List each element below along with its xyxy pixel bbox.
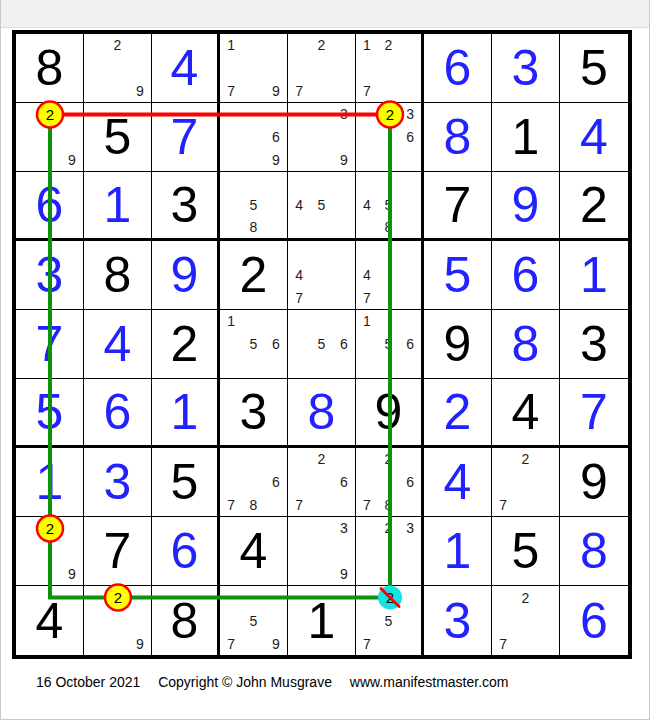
candidate-2: 2: [514, 448, 536, 471]
cell-r2c2[interactable]: 5: [84, 103, 152, 172]
cell-r9c8[interactable]: 27: [492, 586, 560, 655]
candidate-7: 7: [356, 632, 378, 655]
cell-r8c9[interactable]: 8: [560, 517, 628, 586]
candidate-2: 2: [514, 586, 536, 609]
cell-r5c8[interactable]: 8: [492, 310, 560, 379]
pencilmarks: 45: [288, 172, 355, 238]
candidate-2: 2: [310, 448, 332, 471]
cell-value: 9: [444, 319, 472, 369]
cell-value: 1: [308, 596, 336, 646]
footer-date: 16 October 2021: [36, 674, 140, 690]
cell-r4c6[interactable]: 47: [356, 241, 424, 310]
pencilmarks: 47: [356, 241, 421, 309]
cell-r3c1[interactable]: 6: [16, 172, 84, 241]
cell-r6c8[interactable]: 4: [492, 379, 560, 448]
cell-value: 9: [580, 457, 608, 507]
cell-value: 1: [444, 526, 472, 576]
cell-r3c2[interactable]: 1: [84, 172, 152, 241]
pencilmarks: 47: [288, 241, 355, 309]
cell-value: 9: [375, 387, 403, 437]
candidate-1: 1: [220, 34, 242, 57]
cell-r2c9[interactable]: 4: [560, 103, 628, 172]
pencilmarks: 29: [84, 34, 151, 102]
candidate-7: 7: [288, 493, 310, 516]
pencilmarks: 69: [220, 103, 287, 171]
cell-value: 6: [104, 387, 132, 437]
cell-r7c3[interactable]: 5: [152, 448, 220, 517]
cell-r3c5[interactable]: 45: [288, 172, 356, 241]
candidate-2: 2: [106, 586, 128, 609]
candidate-6: 6: [265, 333, 287, 356]
candidate-5: 5: [242, 194, 264, 216]
cell-value: 6: [444, 43, 472, 93]
cell-r3c6[interactable]: 458: [356, 172, 424, 241]
candidate-3: 3: [333, 517, 355, 540]
cell-r9c3[interactable]: 8: [152, 586, 220, 655]
candidate-9: 9: [129, 632, 151, 655]
candidate-3: 3: [333, 103, 355, 126]
cell-value: 4: [104, 319, 132, 369]
cell-r2c4[interactable]: 69: [220, 103, 288, 172]
cell-r9c1[interactable]: 4: [16, 586, 84, 655]
cell-value: 1: [580, 250, 608, 300]
cell-r4c4[interactable]: 2: [220, 241, 288, 310]
cell-r3c4[interactable]: 58: [220, 172, 288, 241]
candidate-5: 5: [310, 194, 332, 216]
cell-r4c7[interactable]: 5: [424, 241, 492, 310]
candidate-9: 9: [265, 79, 287, 102]
cell-value: 8: [444, 112, 472, 162]
cell-value: 3: [104, 457, 132, 507]
cell-r7c4[interactable]: 678: [220, 448, 288, 517]
cell-r2c3[interactable]: 7: [152, 103, 220, 172]
cell-r5c4[interactable]: 156: [220, 310, 288, 379]
cell-value: 3: [580, 319, 608, 369]
cell-r4c3[interactable]: 9: [152, 241, 220, 310]
pencilmarks: 39: [288, 103, 355, 171]
candidate-5: 5: [378, 194, 400, 216]
candidate-2: 2: [378, 517, 400, 540]
candidate-9: 9: [265, 632, 287, 655]
candidate-6: 6: [399, 126, 421, 149]
footer-copyright: Copyright © John Musgrave: [158, 674, 332, 690]
candidate-2: 2: [378, 103, 400, 126]
pencilmarks: 458: [356, 172, 421, 238]
cell-value: 7: [36, 319, 64, 369]
cell-value: 4: [36, 596, 64, 646]
cell-r5c5[interactable]: 56: [288, 310, 356, 379]
cell-value: 1: [104, 180, 132, 230]
window-top-bar: [1, 0, 649, 28]
cell-r6c4[interactable]: 3: [220, 379, 288, 448]
candidate-9: 9: [61, 562, 83, 585]
cell-value: 8: [580, 526, 608, 576]
pencilmarks: 27: [288, 34, 355, 102]
cell-r8c3[interactable]: 6: [152, 517, 220, 586]
cell-r7c6[interactable]: 2678: [356, 448, 424, 517]
cell-r9c6[interactable]: 257: [356, 586, 424, 655]
candidate-2: 2: [378, 448, 400, 471]
candidate-7: 7: [220, 632, 242, 655]
candidate-2: 2: [38, 103, 60, 126]
candidate-2: 2: [310, 34, 332, 57]
cell-r4c2[interactable]: 8: [84, 241, 152, 310]
cell-r6c2[interactable]: 6: [84, 379, 152, 448]
candidate-4: 4: [356, 194, 378, 216]
pencilmarks: 127: [356, 34, 421, 102]
cell-r4c8[interactable]: 6: [492, 241, 560, 310]
candidate-7: 7: [356, 286, 378, 309]
cell-r7c7[interactable]: 4: [424, 448, 492, 517]
cell-r1c3[interactable]: 4: [152, 34, 220, 103]
footer-site: www.manifestmaster.com: [350, 674, 509, 690]
pencilmarks: 156: [356, 310, 421, 378]
pencilmarks: 56: [288, 310, 355, 378]
candidate-4: 4: [288, 264, 310, 287]
pencilmarks: 27: [492, 448, 559, 516]
cell-value: 7: [104, 526, 132, 576]
cell-value: 4: [512, 387, 540, 437]
cell-value: 5: [444, 250, 472, 300]
cell-value: 5: [580, 43, 608, 93]
candidate-5: 5: [242, 333, 264, 356]
cell-r9c2[interactable]: 29: [84, 586, 152, 655]
cell-value: 2: [240, 250, 268, 300]
pencilmarks: 179: [220, 34, 287, 102]
cell-r1c7[interactable]: 6: [424, 34, 492, 103]
cell-r5c9[interactable]: 3: [560, 310, 628, 379]
cell-r5c2[interactable]: 4: [84, 310, 152, 379]
cell-r5c3[interactable]: 2: [152, 310, 220, 379]
cell-r4c1[interactable]: 3: [16, 241, 84, 310]
cell-value: 3: [36, 250, 64, 300]
candidate-9: 9: [333, 562, 355, 585]
cell-r6c5[interactable]: 8: [288, 379, 356, 448]
candidate-6: 6: [399, 333, 421, 356]
cell-r9c4[interactable]: 579: [220, 586, 288, 655]
candidate-7: 7: [356, 79, 378, 102]
cell-r6c3[interactable]: 1: [152, 379, 220, 448]
cell-r7c2[interactable]: 3: [84, 448, 152, 517]
pencilmarks: 678: [220, 448, 287, 516]
cell-r7c1[interactable]: 1: [16, 448, 84, 517]
candidate-2: 2: [106, 34, 128, 57]
cell-r4c9[interactable]: 1: [560, 241, 628, 310]
cell-value: 4: [240, 526, 268, 576]
candidate-7: 7: [220, 493, 242, 516]
candidate-9: 9: [61, 148, 83, 171]
cell-value: 5: [36, 387, 64, 437]
cell-r4c5[interactable]: 47: [288, 241, 356, 310]
cell-r7c5[interactable]: 267: [288, 448, 356, 517]
pencilmarks: 156: [220, 310, 287, 378]
candidate-9: 9: [333, 148, 355, 171]
cell-value: 7: [444, 180, 472, 230]
pencilmarks: 257: [356, 586, 421, 655]
cell-value: 1: [171, 387, 199, 437]
pencilmarks: 267: [288, 448, 355, 516]
cell-r2c6[interactable]: 236: [356, 103, 424, 172]
cell-r8c6[interactable]: 23: [356, 517, 424, 586]
candidate-2: 2: [378, 34, 400, 57]
cell-r8c1[interactable]: 29: [16, 517, 84, 586]
cell-value: 7: [171, 112, 199, 162]
cell-value: 2: [444, 387, 472, 437]
candidate-7: 7: [220, 79, 242, 102]
candidate-2: 2: [38, 517, 60, 540]
candidate-7: 7: [492, 493, 514, 516]
candidate-5: 5: [242, 609, 264, 632]
cell-r2c8[interactable]: 1: [492, 103, 560, 172]
cell-r3c8[interactable]: 9: [492, 172, 560, 241]
cell-r5c7[interactable]: 9: [424, 310, 492, 379]
cell-r8c7[interactable]: 1: [424, 517, 492, 586]
cell-value: 6: [36, 180, 64, 230]
cell-r8c5[interactable]: 39: [288, 517, 356, 586]
cell-value: 3: [444, 596, 472, 646]
cell-r6c1[interactable]: 5: [16, 379, 84, 448]
cell-value: 2: [580, 180, 608, 230]
cell-r1c2[interactable]: 29: [84, 34, 152, 103]
cell-r1c4[interactable]: 179: [220, 34, 288, 103]
cell-r5c1[interactable]: 7: [16, 310, 84, 379]
cell-value: 1: [36, 457, 64, 507]
cell-value: 8: [308, 387, 336, 437]
candidate-1: 1: [356, 34, 378, 57]
candidate-9: 9: [265, 148, 287, 171]
candidate-7: 7: [492, 632, 514, 655]
pencilmarks: 29: [84, 586, 151, 655]
cell-r8c8[interactable]: 5: [492, 517, 560, 586]
cell-r1c5[interactable]: 27: [288, 34, 356, 103]
candidate-5: 5: [378, 333, 400, 356]
cell-value: 3: [171, 180, 199, 230]
cell-r2c5[interactable]: 39: [288, 103, 356, 172]
cell-r3c7[interactable]: 7: [424, 172, 492, 241]
cell-r6c9[interactable]: 7: [560, 379, 628, 448]
cell-value: 4: [444, 457, 472, 507]
pencilmarks: 29: [16, 103, 83, 171]
cell-value: 6: [580, 596, 608, 646]
cell-value: 6: [171, 526, 199, 576]
cell-r3c9[interactable]: 2: [560, 172, 628, 241]
cell-value: 4: [171, 43, 199, 93]
cell-r1c9[interactable]: 5: [560, 34, 628, 103]
cell-r2c7[interactable]: 8: [424, 103, 492, 172]
candidate-5: 5: [378, 609, 400, 632]
cell-value: 8: [36, 43, 64, 93]
candidate-7: 7: [356, 493, 378, 516]
cell-value: 1: [512, 112, 540, 162]
cell-value: 8: [171, 596, 199, 646]
cell-value: 9: [512, 180, 540, 230]
cell-r1c1[interactable]: 8: [16, 34, 84, 103]
cell-r6c7[interactable]: 2: [424, 379, 492, 448]
cell-value: 3: [512, 43, 540, 93]
candidate-6: 6: [333, 471, 355, 494]
pencilmarks: 23: [356, 517, 421, 585]
cell-r1c6[interactable]: 127: [356, 34, 424, 103]
candidate-7: 7: [288, 286, 310, 309]
cell-value: 5: [171, 457, 199, 507]
candidate-8: 8: [242, 216, 264, 238]
pencilmarks: 29: [16, 517, 83, 585]
pencilmarks: 27: [492, 586, 559, 655]
sudoku-board: 8294179271276352957693923681461358454587…: [12, 30, 632, 659]
cell-value: 8: [512, 319, 540, 369]
candidate-8: 8: [378, 216, 400, 238]
pencilmarks: 236: [356, 103, 421, 171]
cell-r1c8[interactable]: 3: [492, 34, 560, 103]
cell-value: 5: [512, 526, 540, 576]
cell-r8c2[interactable]: 7: [84, 517, 152, 586]
candidate-3: 3: [399, 517, 421, 540]
cell-value: 4: [580, 112, 608, 162]
candidate-4: 4: [356, 264, 378, 287]
cell-value: 3: [240, 387, 268, 437]
candidate-2: 2: [378, 586, 400, 609]
cell-value: 8: [104, 250, 132, 300]
cell-value: 7: [580, 387, 608, 437]
candidate-8: 8: [378, 493, 400, 516]
cell-r9c9[interactable]: 6: [560, 586, 628, 655]
cell-r9c5[interactable]: 1: [288, 586, 356, 655]
candidate-3: 3: [399, 103, 421, 126]
cell-r5c6[interactable]: 156: [356, 310, 424, 379]
cell-value: 2: [171, 319, 199, 369]
cell-value: 6: [512, 250, 540, 300]
cell-r9c7[interactable]: 3: [424, 586, 492, 655]
candidate-6: 6: [265, 126, 287, 149]
cell-r7c9[interactable]: 9: [560, 448, 628, 517]
pencilmarks: 58: [220, 172, 287, 238]
cell-r8c4[interactable]: 4: [220, 517, 288, 586]
candidate-4: 4: [288, 194, 310, 216]
cell-r2c1[interactable]: 29: [16, 103, 84, 172]
footer: 16 October 2021 Copyright © John Musgrav…: [36, 674, 523, 690]
pencilmarks: 39: [288, 517, 355, 585]
candidate-7: 7: [288, 79, 310, 102]
candidate-1: 1: [356, 310, 378, 333]
candidate-6: 6: [333, 333, 355, 356]
page: 8294179271276352957693923681461358454587…: [0, 0, 650, 720]
cell-value: 9: [171, 250, 199, 300]
candidate-5: 5: [310, 333, 332, 356]
cell-value: 5: [104, 112, 132, 162]
pencilmarks: 2678: [356, 448, 421, 516]
candidate-1: 1: [220, 310, 242, 333]
candidate-8: 8: [242, 493, 264, 516]
candidate-9: 9: [129, 79, 151, 102]
cell-r3c3[interactable]: 3: [152, 172, 220, 241]
cell-r7c8[interactable]: 27: [492, 448, 560, 517]
candidate-6: 6: [265, 471, 287, 494]
candidate-6: 6: [399, 471, 421, 494]
pencilmarks: 579: [220, 586, 287, 655]
cell-r6c6[interactable]: 9: [356, 379, 424, 448]
